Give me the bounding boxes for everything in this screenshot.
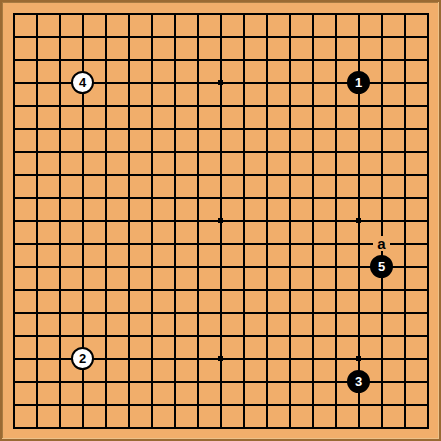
black-stone[interactable]: 1 [347, 71, 370, 94]
intersection[interactable] [232, 347, 255, 370]
intersection[interactable] [393, 301, 416, 324]
intersection[interactable] [370, 301, 393, 324]
intersection[interactable] [393, 278, 416, 301]
intersection[interactable] [393, 255, 416, 278]
intersection[interactable] [48, 117, 71, 140]
intersection[interactable] [186, 393, 209, 416]
intersection[interactable] [48, 347, 71, 370]
intersection[interactable] [140, 71, 163, 94]
intersection[interactable] [416, 117, 439, 140]
intersection[interactable] [393, 94, 416, 117]
intersection[interactable] [48, 140, 71, 163]
intersection[interactable] [232, 393, 255, 416]
intersection[interactable] [370, 186, 393, 209]
intersection[interactable] [255, 2, 278, 25]
intersection[interactable] [209, 370, 232, 393]
intersection[interactable] [347, 232, 370, 255]
intersection[interactable] [416, 232, 439, 255]
intersection[interactable] [209, 94, 232, 117]
intersection[interactable] [94, 370, 117, 393]
intersection[interactable] [2, 140, 25, 163]
intersection[interactable] [324, 301, 347, 324]
intersection[interactable] [301, 255, 324, 278]
intersection[interactable] [347, 301, 370, 324]
intersection[interactable] [347, 25, 370, 48]
intersection[interactable] [71, 2, 94, 25]
intersection[interactable] [324, 71, 347, 94]
intersection[interactable] [209, 71, 232, 94]
intersection[interactable] [163, 232, 186, 255]
intersection[interactable] [416, 140, 439, 163]
intersection[interactable] [71, 117, 94, 140]
intersection[interactable] [209, 186, 232, 209]
intersection[interactable] [393, 71, 416, 94]
intersection[interactable] [370, 2, 393, 25]
intersection[interactable] [278, 94, 301, 117]
intersection[interactable]: 4 [71, 71, 94, 94]
intersection[interactable] [347, 163, 370, 186]
intersection[interactable] [324, 186, 347, 209]
intersection[interactable] [232, 255, 255, 278]
intersection[interactable] [163, 25, 186, 48]
black-stone[interactable]: 5 [370, 255, 393, 278]
intersection[interactable] [25, 370, 48, 393]
intersection[interactable] [25, 209, 48, 232]
intersection[interactable] [186, 94, 209, 117]
intersection[interactable] [71, 324, 94, 347]
intersection[interactable] [186, 209, 209, 232]
intersection[interactable] [416, 48, 439, 71]
intersection[interactable] [324, 163, 347, 186]
intersection[interactable] [370, 347, 393, 370]
intersection[interactable] [209, 25, 232, 48]
intersection[interactable] [232, 370, 255, 393]
intersection[interactable] [347, 393, 370, 416]
intersection[interactable] [71, 232, 94, 255]
intersection[interactable] [301, 71, 324, 94]
intersection[interactable] [25, 163, 48, 186]
intersection[interactable] [117, 347, 140, 370]
intersection[interactable] [140, 278, 163, 301]
intersection[interactable] [2, 48, 25, 71]
intersection[interactable] [393, 209, 416, 232]
intersection[interactable] [163, 301, 186, 324]
intersection[interactable] [2, 163, 25, 186]
intersection[interactable] [209, 393, 232, 416]
intersection[interactable] [140, 324, 163, 347]
intersection[interactable] [94, 232, 117, 255]
intersection[interactable] [2, 2, 25, 25]
intersection[interactable] [186, 117, 209, 140]
intersection[interactable] [48, 416, 71, 439]
intersection[interactable] [2, 94, 25, 117]
intersection[interactable] [186, 232, 209, 255]
intersection[interactable] [186, 2, 209, 25]
intersection[interactable] [347, 94, 370, 117]
intersection[interactable] [48, 324, 71, 347]
intersection[interactable] [25, 232, 48, 255]
intersection[interactable] [2, 25, 25, 48]
intersection[interactable] [324, 48, 347, 71]
intersection[interactable] [25, 416, 48, 439]
intersection[interactable] [117, 25, 140, 48]
intersection[interactable] [255, 347, 278, 370]
intersection[interactable] [163, 347, 186, 370]
intersection[interactable] [163, 370, 186, 393]
intersection[interactable] [324, 255, 347, 278]
intersection[interactable] [94, 71, 117, 94]
intersection[interactable] [186, 370, 209, 393]
intersection[interactable] [186, 347, 209, 370]
intersection[interactable] [117, 209, 140, 232]
intersection[interactable] [186, 324, 209, 347]
intersection[interactable] [255, 48, 278, 71]
intersection[interactable] [347, 324, 370, 347]
intersection[interactable] [71, 278, 94, 301]
intersection[interactable] [255, 186, 278, 209]
intersection[interactable] [278, 347, 301, 370]
intersection[interactable] [163, 416, 186, 439]
intersection[interactable] [393, 117, 416, 140]
intersection[interactable] [232, 324, 255, 347]
intersection[interactable] [255, 209, 278, 232]
intersection[interactable] [48, 278, 71, 301]
intersection[interactable] [163, 140, 186, 163]
intersection[interactable] [163, 324, 186, 347]
intersection[interactable] [25, 255, 48, 278]
intersection[interactable] [347, 209, 370, 232]
intersection[interactable] [94, 347, 117, 370]
intersection[interactable] [370, 140, 393, 163]
intersection[interactable] [416, 347, 439, 370]
intersection[interactable] [94, 163, 117, 186]
intersection[interactable] [278, 370, 301, 393]
intersection[interactable] [416, 186, 439, 209]
white-stone[interactable]: 4 [71, 71, 94, 94]
intersection[interactable] [2, 416, 25, 439]
intersection[interactable] [117, 140, 140, 163]
intersection[interactable] [278, 301, 301, 324]
intersection[interactable] [255, 94, 278, 117]
intersection[interactable] [94, 278, 117, 301]
intersection[interactable] [25, 301, 48, 324]
intersection[interactable] [278, 2, 301, 25]
intersection[interactable] [117, 71, 140, 94]
intersection[interactable] [48, 71, 71, 94]
intersection[interactable] [255, 71, 278, 94]
intersection[interactable] [232, 117, 255, 140]
intersection[interactable] [25, 2, 48, 25]
intersection[interactable] [347, 2, 370, 25]
intersection[interactable] [94, 255, 117, 278]
intersection[interactable] [209, 278, 232, 301]
intersection[interactable]: 5 [370, 255, 393, 278]
intersection[interactable] [301, 393, 324, 416]
intersection[interactable] [347, 278, 370, 301]
intersection[interactable] [163, 255, 186, 278]
intersection[interactable] [94, 416, 117, 439]
intersection[interactable] [48, 255, 71, 278]
intersection[interactable] [2, 301, 25, 324]
intersection[interactable] [232, 94, 255, 117]
intersection[interactable] [71, 186, 94, 209]
intersection[interactable] [94, 94, 117, 117]
intersection[interactable] [140, 2, 163, 25]
intersection[interactable] [278, 117, 301, 140]
intersection[interactable] [186, 301, 209, 324]
intersection[interactable] [232, 278, 255, 301]
intersection[interactable] [301, 278, 324, 301]
intersection[interactable] [140, 232, 163, 255]
intersection[interactable] [117, 301, 140, 324]
intersection[interactable] [140, 140, 163, 163]
intersection[interactable] [25, 94, 48, 117]
intersection[interactable] [255, 416, 278, 439]
intersection[interactable] [140, 117, 163, 140]
intersection[interactable] [94, 209, 117, 232]
intersection[interactable] [186, 48, 209, 71]
intersection[interactable] [94, 48, 117, 71]
intersection[interactable] [324, 94, 347, 117]
intersection[interactable] [232, 140, 255, 163]
intersection[interactable] [416, 278, 439, 301]
intersection[interactable] [25, 48, 48, 71]
intersection[interactable] [48, 2, 71, 25]
intersection[interactable] [370, 393, 393, 416]
intersection[interactable] [255, 232, 278, 255]
intersection[interactable] [48, 209, 71, 232]
intersection[interactable] [301, 94, 324, 117]
intersection[interactable] [71, 94, 94, 117]
intersection[interactable] [416, 94, 439, 117]
intersection[interactable] [2, 209, 25, 232]
intersection[interactable] [232, 163, 255, 186]
intersection[interactable] [370, 25, 393, 48]
intersection[interactable] [324, 278, 347, 301]
intersection[interactable] [232, 209, 255, 232]
intersection[interactable] [324, 232, 347, 255]
intersection[interactable] [255, 140, 278, 163]
intersection[interactable] [163, 117, 186, 140]
intersection[interactable] [232, 71, 255, 94]
intersection[interactable] [255, 370, 278, 393]
intersection[interactable] [140, 255, 163, 278]
intersection[interactable] [370, 94, 393, 117]
intersection[interactable] [416, 209, 439, 232]
intersection[interactable] [186, 163, 209, 186]
intersection[interactable] [25, 393, 48, 416]
intersection[interactable] [117, 278, 140, 301]
intersection[interactable] [163, 186, 186, 209]
intersection[interactable] [117, 48, 140, 71]
intersection[interactable] [301, 301, 324, 324]
intersection[interactable] [71, 370, 94, 393]
intersection[interactable] [94, 25, 117, 48]
intersection[interactable] [71, 255, 94, 278]
intersection[interactable] [209, 255, 232, 278]
intersection[interactable] [140, 94, 163, 117]
intersection[interactable] [163, 278, 186, 301]
intersection[interactable] [393, 2, 416, 25]
intersection[interactable] [2, 324, 25, 347]
intersection[interactable] [416, 2, 439, 25]
intersection[interactable] [140, 48, 163, 71]
intersection[interactable] [416, 393, 439, 416]
intersection[interactable] [416, 71, 439, 94]
intersection[interactable] [2, 71, 25, 94]
intersection[interactable] [278, 393, 301, 416]
intersection[interactable] [25, 347, 48, 370]
intersection[interactable] [301, 186, 324, 209]
intersection[interactable] [25, 278, 48, 301]
intersection[interactable] [117, 370, 140, 393]
intersection[interactable] [370, 163, 393, 186]
intersection[interactable] [393, 140, 416, 163]
intersection[interactable] [232, 48, 255, 71]
intersection[interactable] [324, 117, 347, 140]
intersection[interactable] [278, 209, 301, 232]
intersection[interactable] [140, 347, 163, 370]
intersection[interactable] [301, 347, 324, 370]
intersection[interactable] [163, 71, 186, 94]
intersection[interactable] [186, 278, 209, 301]
intersection[interactable] [209, 416, 232, 439]
intersection[interactable] [278, 324, 301, 347]
intersection[interactable] [71, 416, 94, 439]
intersection[interactable] [2, 117, 25, 140]
intersection[interactable] [278, 278, 301, 301]
intersection[interactable] [25, 71, 48, 94]
intersection[interactable] [140, 301, 163, 324]
intersection[interactable] [347, 347, 370, 370]
intersection[interactable] [278, 140, 301, 163]
intersection[interactable] [232, 416, 255, 439]
intersection[interactable] [255, 25, 278, 48]
intersection[interactable] [324, 370, 347, 393]
intersection[interactable] [94, 301, 117, 324]
intersection[interactable] [255, 393, 278, 416]
intersection[interactable] [163, 94, 186, 117]
intersection[interactable] [117, 94, 140, 117]
intersection[interactable] [186, 25, 209, 48]
intersection[interactable] [393, 186, 416, 209]
intersection[interactable] [393, 48, 416, 71]
intersection[interactable] [209, 2, 232, 25]
intersection[interactable] [117, 324, 140, 347]
intersection[interactable]: 2 [71, 347, 94, 370]
intersection[interactable] [416, 163, 439, 186]
intersection[interactable] [278, 232, 301, 255]
intersection[interactable] [301, 209, 324, 232]
intersection[interactable] [94, 2, 117, 25]
intersection[interactable] [393, 370, 416, 393]
intersection[interactable] [324, 393, 347, 416]
intersection[interactable] [232, 301, 255, 324]
intersection[interactable] [301, 370, 324, 393]
white-stone[interactable]: 2 [71, 347, 94, 370]
intersection[interactable] [71, 25, 94, 48]
intersection[interactable] [140, 186, 163, 209]
intersection[interactable] [209, 117, 232, 140]
intersection[interactable] [301, 117, 324, 140]
intersection[interactable] [140, 416, 163, 439]
intersection[interactable] [324, 2, 347, 25]
black-stone[interactable]: 3 [347, 370, 370, 393]
intersection[interactable] [71, 393, 94, 416]
intersection[interactable] [94, 117, 117, 140]
intersection[interactable] [163, 209, 186, 232]
intersection[interactable] [324, 324, 347, 347]
intersection[interactable] [347, 186, 370, 209]
intersection[interactable] [370, 416, 393, 439]
intersection[interactable] [255, 255, 278, 278]
intersection[interactable] [163, 48, 186, 71]
intersection[interactable] [393, 324, 416, 347]
intersection[interactable] [140, 393, 163, 416]
intersection[interactable] [416, 301, 439, 324]
intersection[interactable] [2, 232, 25, 255]
intersection[interactable] [347, 140, 370, 163]
intersection[interactable] [94, 393, 117, 416]
intersection[interactable] [416, 370, 439, 393]
intersection[interactable] [48, 163, 71, 186]
intersection[interactable] [140, 163, 163, 186]
intersection[interactable] [232, 2, 255, 25]
intersection[interactable] [301, 232, 324, 255]
intersection[interactable] [2, 347, 25, 370]
intersection[interactable] [71, 301, 94, 324]
intersection[interactable] [347, 255, 370, 278]
intersection[interactable] [140, 25, 163, 48]
intersection[interactable] [140, 370, 163, 393]
intersection[interactable] [117, 117, 140, 140]
intersection[interactable] [393, 416, 416, 439]
intersection[interactable] [301, 2, 324, 25]
intersection[interactable] [117, 255, 140, 278]
intersection[interactable] [370, 71, 393, 94]
intersection[interactable] [393, 163, 416, 186]
intersection[interactable] [370, 278, 393, 301]
intersection[interactable] [48, 48, 71, 71]
intersection[interactable] [25, 25, 48, 48]
intersection[interactable] [186, 140, 209, 163]
intersection[interactable] [278, 25, 301, 48]
intersection[interactable] [278, 186, 301, 209]
intersection[interactable] [370, 117, 393, 140]
intersection[interactable] [255, 301, 278, 324]
intersection[interactable] [2, 278, 25, 301]
intersection[interactable] [71, 209, 94, 232]
intersection[interactable] [186, 186, 209, 209]
intersection[interactable] [48, 232, 71, 255]
intersection[interactable] [48, 370, 71, 393]
intersection[interactable] [25, 186, 48, 209]
intersection[interactable] [163, 393, 186, 416]
intersection[interactable] [347, 117, 370, 140]
intersection[interactable] [209, 209, 232, 232]
intersection[interactable] [25, 324, 48, 347]
intersection[interactable] [209, 324, 232, 347]
intersection[interactable] [117, 2, 140, 25]
intersection[interactable] [48, 301, 71, 324]
intersection[interactable] [209, 232, 232, 255]
intersection[interactable] [324, 347, 347, 370]
intersection[interactable] [2, 393, 25, 416]
intersection[interactable] [324, 209, 347, 232]
intersection[interactable] [232, 232, 255, 255]
intersection[interactable] [232, 25, 255, 48]
intersection[interactable] [301, 324, 324, 347]
